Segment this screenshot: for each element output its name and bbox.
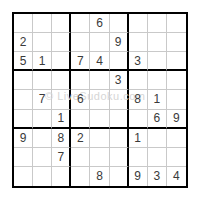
cell-r2c2[interactable] bbox=[33, 33, 52, 52]
cell-r6c2[interactable] bbox=[33, 110, 52, 129]
cell-r2c4[interactable] bbox=[71, 33, 90, 52]
cell-r9c1[interactable] bbox=[14, 167, 33, 186]
given-digit: 6 bbox=[153, 112, 160, 124]
cell-r1c5: 6 bbox=[90, 14, 109, 33]
given-digit: 1 bbox=[134, 132, 141, 144]
cell-r4c4[interactable] bbox=[71, 71, 90, 90]
cell-r7c6[interactable] bbox=[110, 129, 129, 148]
cell-r9c4[interactable] bbox=[71, 167, 90, 186]
cell-r3c9[interactable] bbox=[167, 52, 186, 71]
given-digit: 4 bbox=[96, 55, 103, 67]
given-digit: 7 bbox=[57, 151, 64, 163]
given-digit: 1 bbox=[57, 112, 64, 124]
cell-r7c4: 2 bbox=[71, 129, 90, 148]
given-digit: 9 bbox=[115, 36, 122, 48]
cell-r4c5[interactable] bbox=[90, 71, 109, 90]
given-digit: 9 bbox=[173, 112, 180, 124]
cell-r5c8: 1 bbox=[148, 90, 167, 109]
cell-r3c5: 4 bbox=[90, 52, 109, 71]
cell-r2c5[interactable] bbox=[90, 33, 109, 52]
given-digit: 2 bbox=[20, 36, 27, 48]
cell-r3c7: 3 bbox=[129, 52, 148, 71]
cell-r1c7[interactable] bbox=[129, 14, 148, 33]
given-digit: 9 bbox=[20, 132, 27, 144]
given-digit: 4 bbox=[173, 170, 180, 182]
cell-r6c3: 1 bbox=[52, 110, 71, 129]
cell-r8c1[interactable] bbox=[14, 148, 33, 167]
given-digit: 6 bbox=[77, 93, 84, 105]
cell-r1c1[interactable] bbox=[14, 14, 33, 33]
cell-r6c4[interactable] bbox=[71, 110, 90, 129]
given-digit: 3 bbox=[134, 55, 141, 67]
given-digit: 2 bbox=[77, 132, 84, 144]
cell-r2c8[interactable] bbox=[148, 33, 167, 52]
cell-r9c2[interactable] bbox=[33, 167, 52, 186]
cell-r3c6[interactable] bbox=[110, 52, 129, 71]
cell-r1c4[interactable] bbox=[71, 14, 90, 33]
cell-r3c2: 1 bbox=[33, 52, 52, 71]
cell-r1c8[interactable] bbox=[148, 14, 167, 33]
cell-r6c1[interactable] bbox=[14, 110, 33, 129]
cell-r1c3[interactable] bbox=[52, 14, 71, 33]
given-digit: 3 bbox=[153, 170, 160, 182]
cell-r8c5[interactable] bbox=[90, 148, 109, 167]
cell-r9c9: 4 bbox=[167, 167, 186, 186]
cell-r6c7[interactable] bbox=[129, 110, 148, 129]
given-digit: 7 bbox=[77, 55, 84, 67]
cell-r9c8: 3 bbox=[148, 167, 167, 186]
cell-r3c3[interactable] bbox=[52, 52, 71, 71]
cell-r8c7[interactable] bbox=[129, 148, 148, 167]
cell-r3c4: 7 bbox=[71, 52, 90, 71]
given-digit: 8 bbox=[96, 170, 103, 182]
cell-r4c1[interactable] bbox=[14, 71, 33, 90]
cell-r8c6[interactable] bbox=[110, 148, 129, 167]
cell-r1c6[interactable] bbox=[110, 14, 129, 33]
cell-r2c1: 2 bbox=[14, 33, 33, 52]
cell-r4c8[interactable] bbox=[148, 71, 167, 90]
given-digit: 9 bbox=[134, 170, 141, 182]
given-digit: 7 bbox=[39, 93, 46, 105]
cell-r7c7: 1 bbox=[129, 129, 148, 148]
cell-r6c9: 9 bbox=[167, 110, 186, 129]
cell-r3c1: 5 bbox=[14, 52, 33, 71]
cell-r6c5[interactable] bbox=[90, 110, 109, 129]
cell-r7c1: 9 bbox=[14, 129, 33, 148]
cell-r1c2[interactable] bbox=[33, 14, 52, 33]
cell-r4c7[interactable] bbox=[129, 71, 148, 90]
cell-r5c9[interactable] bbox=[167, 90, 186, 109]
cell-r8c8[interactable] bbox=[148, 148, 167, 167]
cell-r8c3: 7 bbox=[52, 148, 71, 167]
cell-r9c6[interactable] bbox=[110, 167, 129, 186]
cell-r7c5[interactable] bbox=[90, 129, 109, 148]
cell-r6c6[interactable] bbox=[110, 110, 129, 129]
cell-r7c2[interactable] bbox=[33, 129, 52, 148]
given-digit: 8 bbox=[134, 93, 141, 105]
cell-r2c9[interactable] bbox=[167, 33, 186, 52]
given-digit: 1 bbox=[153, 93, 160, 105]
given-digit: 1 bbox=[39, 55, 46, 67]
cell-r2c3[interactable] bbox=[52, 33, 71, 52]
cell-r4c6: 3 bbox=[110, 71, 129, 90]
cell-r4c3[interactable] bbox=[52, 71, 71, 90]
cell-r1c9[interactable] bbox=[167, 14, 186, 33]
cell-r7c3: 8 bbox=[52, 129, 71, 148]
cell-r7c9[interactable] bbox=[167, 129, 186, 148]
cell-r2c7[interactable] bbox=[129, 33, 148, 52]
given-digit: 3 bbox=[115, 74, 122, 86]
cell-r3c8[interactable] bbox=[148, 52, 167, 71]
cell-r9c3[interactable] bbox=[52, 167, 71, 186]
cell-r9c5: 8 bbox=[90, 167, 109, 186]
cell-r7c8[interactable] bbox=[148, 129, 167, 148]
cell-r8c9[interactable] bbox=[167, 148, 186, 167]
cell-r6c8: 6 bbox=[148, 110, 167, 129]
watermark: © LiveSudoku.com bbox=[45, 91, 146, 102]
cell-r9c7: 9 bbox=[129, 167, 148, 186]
cell-r2c6: 9 bbox=[110, 33, 129, 52]
cell-r8c2[interactable] bbox=[33, 148, 52, 167]
cell-r4c2[interactable] bbox=[33, 71, 52, 90]
cell-r4c9[interactable] bbox=[167, 71, 186, 90]
given-digit: 5 bbox=[20, 55, 27, 67]
cell-r5c1[interactable] bbox=[14, 90, 33, 109]
given-digit: 6 bbox=[96, 17, 103, 29]
cell-r8c4[interactable] bbox=[71, 148, 90, 167]
given-digit: 8 bbox=[57, 132, 64, 144]
